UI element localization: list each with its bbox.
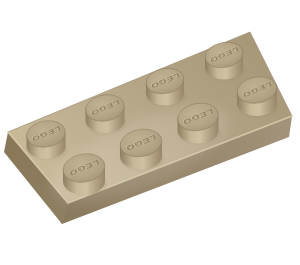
product-image: LEGO LEGO LEGO LEGO LEGO LEGO: [0, 0, 300, 265]
stud: LEGO LEGO: [144, 65, 186, 105]
stud: LEGO LEGO: [203, 39, 245, 79]
lego-plate-illustration: LEGO LEGO LEGO LEGO LEGO LEGO: [0, 0, 300, 265]
